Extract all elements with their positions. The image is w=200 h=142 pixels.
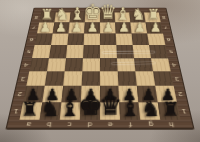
square xyxy=(82,58,100,72)
square xyxy=(149,45,168,58)
square xyxy=(116,45,134,58)
piece-white-pawn: ♟ xyxy=(86,20,98,33)
square xyxy=(134,58,153,72)
photo-scene: ♜♞♝♚♛♝♞♜♟♟♟♟♟♟♟♟♟♟♟♟♟♟♟♟♜♞♝♚♛♝♞♜ abcdefg… xyxy=(0,0,200,142)
square xyxy=(51,33,69,45)
square: ♟ xyxy=(146,23,163,34)
file-label: h xyxy=(160,120,182,128)
square xyxy=(132,33,150,45)
square: ♟ xyxy=(84,23,100,34)
square xyxy=(66,45,84,58)
square: ♜ xyxy=(158,102,181,120)
square: ♚ xyxy=(80,102,100,120)
piece-black-knight: ♞ xyxy=(40,98,59,119)
piece-black-queen: ♛ xyxy=(98,94,121,120)
square xyxy=(116,33,133,45)
square: ♝ xyxy=(119,102,140,120)
square: ♜ xyxy=(20,102,43,120)
file-label: a xyxy=(18,120,40,128)
board-frame: ♜♞♝♚♛♝♞♜♟♟♟♟♟♟♟♟♟♟♟♟♟♟♟♟♜♞♝♚♛♝♞♜ abcdefg… xyxy=(5,8,194,130)
file-label: g xyxy=(140,120,161,128)
square xyxy=(32,45,51,58)
square: ♛ xyxy=(100,102,120,120)
piece-black-knight: ♞ xyxy=(141,98,160,119)
rank-label: 6 xyxy=(163,33,174,45)
square xyxy=(100,58,118,72)
piece-black-rook: ♜ xyxy=(21,100,39,120)
square xyxy=(65,58,83,72)
square xyxy=(63,71,82,86)
file-labels: abcdefgh xyxy=(18,120,182,128)
rank-label: 7 xyxy=(161,23,172,34)
piece-white-pawn: ♟ xyxy=(71,20,83,33)
rank-label: 4 xyxy=(168,58,180,72)
piece-white-pawn: ♟ xyxy=(134,20,146,33)
square xyxy=(49,45,67,58)
square: ♟ xyxy=(37,23,54,34)
piece-white-pawn: ♟ xyxy=(149,20,161,33)
piece-black-rook: ♜ xyxy=(162,100,180,120)
square: ♞ xyxy=(138,102,160,120)
square: ♟ xyxy=(130,23,147,34)
square xyxy=(135,71,155,86)
file-label: b xyxy=(38,120,59,128)
rank-label: 5 xyxy=(165,45,177,58)
file-label: e xyxy=(100,120,121,128)
square xyxy=(67,33,84,45)
piece-black-bishop: ♝ xyxy=(120,97,140,119)
board-grid: ♜♞♝♚♛♝♞♜♟♟♟♟♟♟♟♟♟♟♟♟♟♟♟♟♜♞♝♚♛♝♞♜ xyxy=(20,12,181,119)
file-label: d xyxy=(79,120,100,128)
square xyxy=(47,58,66,72)
square xyxy=(29,58,49,72)
square xyxy=(117,58,135,72)
piece-white-pawn: ♟ xyxy=(39,20,51,33)
square xyxy=(83,45,100,58)
square: ♟ xyxy=(100,23,116,34)
square xyxy=(100,71,118,86)
file-label: f xyxy=(120,120,141,128)
square: ♟ xyxy=(115,23,131,34)
piece-white-pawn: ♟ xyxy=(102,20,114,33)
square xyxy=(26,71,47,86)
square xyxy=(45,71,65,86)
square xyxy=(35,33,53,45)
square xyxy=(100,33,116,45)
square xyxy=(100,45,117,58)
square xyxy=(133,45,151,58)
square xyxy=(82,71,100,86)
square: ♞ xyxy=(40,102,62,120)
square: ♟ xyxy=(53,23,70,34)
piece-white-pawn: ♟ xyxy=(55,20,67,33)
piece-white-pawn: ♟ xyxy=(118,20,130,33)
square xyxy=(118,71,137,86)
square: ♟ xyxy=(68,23,84,34)
square xyxy=(84,33,100,45)
piece-black-bishop: ♝ xyxy=(60,97,80,119)
file-label: c xyxy=(59,120,80,128)
square xyxy=(151,58,171,72)
chess-board: ♜♞♝♚♛♝♞♜♟♟♟♟♟♟♟♟♟♟♟♟♟♟♟♟♜♞♝♚♛♝♞♜ abcdefg… xyxy=(5,8,194,130)
